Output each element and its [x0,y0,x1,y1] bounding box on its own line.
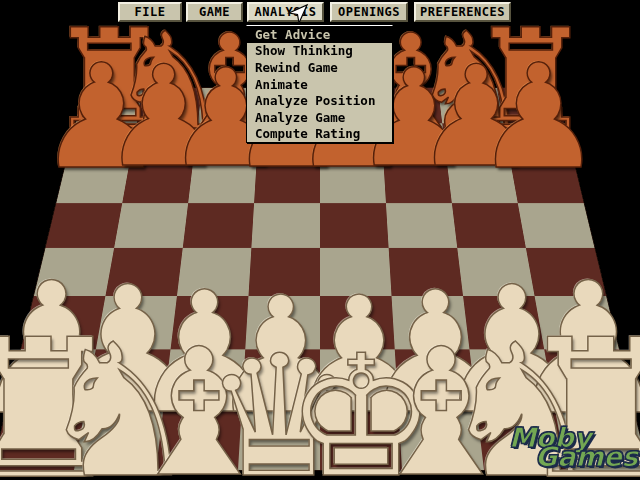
square-h6[interactable] [510,162,583,203]
square-h7[interactable] [503,124,573,162]
square-c3[interactable] [171,296,249,349]
menu-item-compute-rating[interactable]: Compute Rating [247,126,392,143]
square-a1[interactable] [0,407,85,470]
square-b5[interactable] [114,203,188,248]
square-e1[interactable] [320,407,402,470]
square-f1[interactable] [398,407,484,470]
square-c4[interactable] [177,248,251,296]
menu-button-preferences[interactable]: PREFERENCES [414,2,511,22]
menu-item-analyze-game[interactable]: Analyze Game [247,109,392,126]
menu-button-file[interactable]: FILE [118,2,182,22]
square-g4[interactable] [457,248,534,296]
square-d6[interactable] [254,162,320,203]
square-h5[interactable] [518,203,595,248]
square-f6[interactable] [383,162,451,203]
chess-board [0,88,640,470]
square-d4[interactable] [248,248,320,296]
square-g1[interactable] [476,407,566,470]
menu-item-show-thinking[interactable]: Show Thinking [247,43,392,60]
square-b7[interactable] [130,124,198,162]
square-d1[interactable] [238,407,320,470]
square-g2[interactable] [469,349,554,407]
square-b4[interactable] [105,248,182,296]
square-b2[interactable] [85,349,170,407]
square-e2[interactable] [320,349,398,407]
square-b6[interactable] [122,162,193,203]
square-h4[interactable] [526,248,606,296]
square-d5[interactable] [251,203,320,248]
square-d3[interactable] [245,296,320,349]
square-h3[interactable] [535,296,619,349]
square-e4[interactable] [320,248,392,296]
square-f4[interactable] [389,248,463,296]
square-e6[interactable] [320,162,386,203]
square-a8[interactable] [75,88,143,124]
square-f5[interactable] [386,203,457,248]
square-b1[interactable] [74,407,164,470]
square-e3[interactable] [320,296,395,349]
square-a6[interactable] [56,162,129,203]
analysis-dropdown-menu: Get AdviceShow ThinkingRewind GameAnimat… [246,25,393,143]
menu-item-analyze-position[interactable]: Analyze Position [247,92,392,109]
menu-button-openings[interactable]: OPENINGS [330,2,408,22]
square-c2[interactable] [164,349,246,407]
square-a2[interactable] [7,349,96,407]
square-h2[interactable] [544,349,633,407]
square-a5[interactable] [46,203,123,248]
square-g3[interactable] [463,296,544,349]
chess-app-screen: ♜♞♝♛♚♝♞♜♟♟♟♟♟♟♟♟♟♟♟♟♟♟♟♟♜♞♝♛♚♝♞♜ FILEGAM… [0,0,640,480]
menu-bar: FILEGAMEANALYSISOPENINGSPREFERENCES [0,0,640,25]
square-c1[interactable] [156,407,242,470]
square-e5[interactable] [320,203,389,248]
menu-item-animate[interactable]: Animate [247,76,392,93]
square-g7[interactable] [442,124,510,162]
square-g5[interactable] [452,203,526,248]
square-b8[interactable] [137,88,202,124]
square-f2[interactable] [395,349,477,407]
square-h1[interactable] [555,407,640,470]
square-d2[interactable] [242,349,320,407]
square-g6[interactable] [447,162,518,203]
square-f3[interactable] [392,296,470,349]
square-h8[interactable] [497,88,565,124]
menu-item-rewind-game[interactable]: Rewind Game [247,59,392,76]
square-c5[interactable] [183,203,254,248]
menu-button-game[interactable]: GAME [186,2,243,22]
square-a4[interactable] [34,248,114,296]
square-g8[interactable] [438,88,503,124]
square-b3[interactable] [96,296,177,349]
menu-item-get-advice[interactable]: Get Advice [247,26,392,43]
square-a7[interactable] [66,124,136,162]
menu-button-analysis[interactable]: ANALYSIS [247,2,324,22]
square-a3[interactable] [21,296,105,349]
square-c6[interactable] [188,162,256,203]
